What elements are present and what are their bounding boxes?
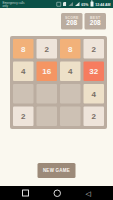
android-nav-bar: ◁ [0, 186, 113, 200]
tile-16: 16 [37, 62, 58, 82]
new-game-button[interactable]: NEW GAME [38, 163, 76, 178]
tile-8: 8 [13, 39, 34, 59]
recents-square-icon[interactable] [22, 190, 29, 197]
carrier-text: Emergency calls only [3, 1, 25, 7]
best-value: 208 [90, 20, 101, 27]
tile-4: 4 [13, 62, 34, 82]
scoreboard: SCORE 208 BEST 208 [61, 13, 106, 30]
battery-icon [90, 2, 93, 7]
tile-4: 4 [84, 84, 105, 104]
wifi-signal-icon [75, 2, 80, 6]
empty-cell [13, 84, 34, 104]
screen: Emergency calls only 65% 12:44 AM SCORE … [0, 0, 113, 200]
board-grid[interactable]: 8282416432422 [10, 36, 107, 129]
empty-cell [37, 84, 58, 104]
tile-32: 32 [84, 62, 105, 82]
empty-cell [60, 107, 81, 127]
sim-icon [63, 2, 67, 6]
battery-percent: 65% [81, 2, 88, 6]
status-bar: Emergency calls only 65% 12:44 AM [0, 0, 113, 8]
back-triangle-icon[interactable]: ◁ [86, 190, 91, 197]
status-icons: 65% 12:44 AM [56, 2, 110, 7]
home-circle-icon[interactable] [54, 189, 62, 197]
empty-cell [60, 84, 81, 104]
tile-2: 2 [84, 39, 105, 59]
tile-2: 2 [13, 107, 34, 127]
score-value: 208 [66, 20, 77, 27]
status-time: 12:44 AM [95, 2, 110, 6]
cell-signal-icon [68, 2, 73, 6]
score-box: SCORE 208 [61, 13, 83, 30]
tile-8: 8 [60, 39, 81, 59]
tile-2: 2 [84, 107, 105, 127]
notification-icon [56, 2, 61, 7]
empty-cell [37, 107, 58, 127]
tile-4: 4 [60, 62, 81, 82]
best-box: BEST 208 [85, 13, 107, 30]
tile-2: 2 [37, 39, 58, 59]
